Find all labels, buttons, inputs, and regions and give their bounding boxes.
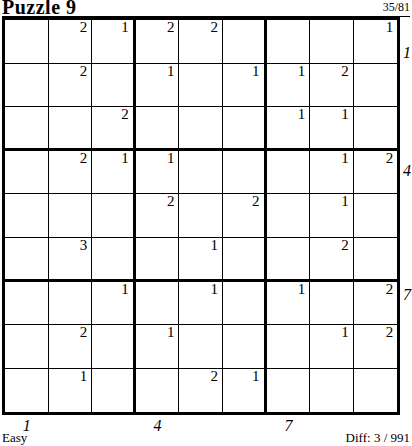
cell-r7c3: 1 xyxy=(92,282,136,326)
cell-r4c9: 2 xyxy=(354,151,398,195)
cell-r3c3: 2 xyxy=(92,107,136,151)
cell-r6c3 xyxy=(92,238,136,282)
cell-r1c3: 1 xyxy=(92,20,136,64)
cell-r7c5: 1 xyxy=(179,282,223,326)
cell-r3c6 xyxy=(223,107,267,151)
row-label-7: 7 xyxy=(403,288,412,302)
difficulty-label: Easy xyxy=(2,431,27,445)
cell-r5c7 xyxy=(267,194,311,238)
cell-r6c4 xyxy=(136,238,180,282)
cell-r8c4: 1 xyxy=(136,325,180,369)
cell-r7c8 xyxy=(310,282,354,326)
cell-r4c8: 1 xyxy=(310,151,354,195)
cell-r1c1 xyxy=(5,20,49,64)
cell-r8c2: 2 xyxy=(49,325,93,369)
cell-r6c6 xyxy=(223,238,267,282)
cell-r1c8 xyxy=(310,20,354,64)
cell-r7c6 xyxy=(223,282,267,326)
cell-r1c4: 2 xyxy=(136,20,180,64)
cell-r8c9: 2 xyxy=(354,325,398,369)
cell-r9c8 xyxy=(310,369,354,413)
cell-r1c6 xyxy=(223,20,267,64)
row-label-4: 4 xyxy=(403,164,412,178)
cell-r8c1 xyxy=(5,325,49,369)
cell-r7c4 xyxy=(136,282,180,326)
cell-r3c1 xyxy=(5,107,49,151)
cell-r8c5 xyxy=(179,325,223,369)
cell-r2c7: 1 xyxy=(267,64,311,108)
cell-r6c8: 2 xyxy=(310,238,354,282)
given-count: 35/81 xyxy=(383,1,410,13)
cell-r4c4: 1 xyxy=(136,151,180,195)
cell-r3c7: 1 xyxy=(267,107,311,151)
cell-r9c1 xyxy=(5,369,49,413)
cell-r2c6: 1 xyxy=(223,64,267,108)
cell-r5c8: 1 xyxy=(310,194,354,238)
cell-r4c5 xyxy=(179,151,223,195)
cell-r7c2 xyxy=(49,282,93,326)
cell-r5c2 xyxy=(49,194,93,238)
cell-r5c4: 2 xyxy=(136,194,180,238)
cell-r9c9 xyxy=(354,369,398,413)
cell-r9c7 xyxy=(267,369,311,413)
cell-r5c9 xyxy=(354,194,398,238)
sudoku-grid: 21221211122112111222131211122112121 xyxy=(2,17,400,415)
cell-r6c9 xyxy=(354,238,398,282)
cell-r6c7 xyxy=(267,238,311,282)
cell-r4c6 xyxy=(223,151,267,195)
cell-r6c5: 1 xyxy=(179,238,223,282)
cell-r8c7 xyxy=(267,325,311,369)
cell-r6c2: 3 xyxy=(49,238,93,282)
cell-r5c1 xyxy=(5,194,49,238)
cell-r8c3 xyxy=(92,325,136,369)
cell-r5c5 xyxy=(179,194,223,238)
cell-r5c6: 2 xyxy=(223,194,267,238)
cell-r2c2: 2 xyxy=(49,64,93,108)
footer: Easy Diff: 3 / 991 xyxy=(2,431,410,445)
cell-r4c2: 2 xyxy=(49,151,93,195)
cell-r7c9: 2 xyxy=(354,282,398,326)
cell-r9c4 xyxy=(136,369,180,413)
cell-r2c3 xyxy=(92,64,136,108)
cell-r1c5: 2 xyxy=(179,20,223,64)
cell-r9c2: 1 xyxy=(49,369,93,413)
cell-r1c7 xyxy=(267,20,311,64)
cell-r2c9 xyxy=(354,64,398,108)
header: Puzzle 9 35/81 xyxy=(2,0,410,17)
cell-r4c3: 1 xyxy=(92,151,136,195)
row-label-1: 1 xyxy=(403,46,412,60)
cell-r3c4 xyxy=(136,107,180,151)
cell-r8c8: 1 xyxy=(310,325,354,369)
cell-r2c8: 2 xyxy=(310,64,354,108)
cell-r4c7 xyxy=(267,151,311,195)
cell-r8c6 xyxy=(223,325,267,369)
cell-r9c5: 2 xyxy=(179,369,223,413)
cell-r2c1 xyxy=(5,64,49,108)
cell-r1c2: 2 xyxy=(49,20,93,64)
cell-r4c1 xyxy=(5,151,49,195)
cell-r3c5 xyxy=(179,107,223,151)
diff-rating: Diff: 3 / 991 xyxy=(346,431,410,445)
cell-r9c3 xyxy=(92,369,136,413)
cell-r7c1 xyxy=(5,282,49,326)
cell-r9c6: 1 xyxy=(223,369,267,413)
puzzle-page: Puzzle 9 35/81 2122121112211211122213121… xyxy=(0,0,412,446)
cell-r5c3 xyxy=(92,194,136,238)
cell-r3c8: 1 xyxy=(310,107,354,151)
cell-r2c4: 1 xyxy=(136,64,180,108)
cell-r7c7: 1 xyxy=(267,282,311,326)
cell-r3c9 xyxy=(354,107,398,151)
cell-r3c2 xyxy=(49,107,93,151)
cell-r6c1 xyxy=(5,238,49,282)
cell-r1c9: 1 xyxy=(354,20,398,64)
page-title: Puzzle 9 xyxy=(2,0,77,16)
cell-r2c5 xyxy=(179,64,223,108)
